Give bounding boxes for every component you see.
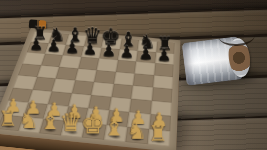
photo-scene: ♜♞♝♛♚♝♞♜♟♟♟♟♟♟♟♟♟♟♟♟♟♟♟♟♜♞♝♛♚♝♞♜ — [0, 0, 267, 150]
white-bishop: ♝ — [40, 110, 61, 133]
black-pawn: ♟ — [157, 47, 172, 63]
square-e1: ♚ — [82, 122, 106, 139]
black-pawn: ♟ — [65, 39, 79, 55]
white-rook: ♜ — [149, 123, 168, 145]
black-pawn: ♟ — [101, 42, 115, 58]
square-h5 — [153, 75, 173, 89]
black-pawn: ♟ — [47, 38, 61, 54]
white-king: ♚ — [81, 111, 105, 138]
square-f7: ♟ — [118, 49, 138, 62]
square-e7: ♟ — [99, 47, 119, 60]
white-knight: ♞ — [126, 120, 146, 143]
board-frame: ♜♞♝♛♚♝♞♜♟♟♟♟♟♟♟♟♟♟♟♟♟♟♟♟♜♞♝♛♚♝♞♜ — [0, 28, 180, 150]
square-f4 — [111, 84, 133, 99]
white-knight: ♞ — [19, 109, 39, 131]
square-g6 — [135, 62, 155, 75]
board-grid: ♜♞♝♛♚♝♞♜♟♟♟♟♟♟♟♟♟♟♟♟♟♟♟♟♜♞♝♛♚♝♞♜ — [0, 31, 175, 146]
white-queen: ♛ — [60, 110, 83, 136]
black-pawn: ♟ — [120, 44, 135, 60]
square-f5 — [113, 72, 134, 86]
square-g1: ♞ — [125, 127, 148, 145]
black-pawn: ♟ — [83, 41, 97, 57]
black-pawn: ♟ — [29, 36, 43, 52]
square-h7: ♟ — [155, 52, 174, 65]
square-g7: ♟ — [136, 51, 156, 64]
square-h1: ♜ — [147, 129, 170, 147]
square-e5 — [94, 70, 116, 84]
square-f1: ♝ — [103, 125, 127, 142]
chess-board: ♜♞♝♛♚♝♞♜♟♟♟♟♟♟♟♟♟♟♟♟♟♟♟♟♜♞♝♛♚♝♞♜ — [0, 28, 180, 150]
square-a5 — [18, 63, 41, 76]
black-pawn: ♟ — [138, 46, 153, 62]
square-h4 — [151, 87, 172, 102]
square-d7: ♟ — [81, 46, 102, 58]
white-bishop: ♝ — [104, 116, 125, 140]
white-rook: ♜ — [0, 108, 17, 129]
